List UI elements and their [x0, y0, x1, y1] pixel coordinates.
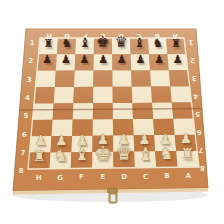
lighting-wash — [13, 29, 208, 191]
clasp-plate — [108, 189, 118, 194]
chess-set-photo: 11HH22GG33FF44EE55DD66CC77BB88AA ♜♞♝♚♛♝♞… — [0, 0, 224, 224]
chess-board: 11HH22GG33FF44EE55DD66CC77BB88AA — [0, 0, 224, 224]
